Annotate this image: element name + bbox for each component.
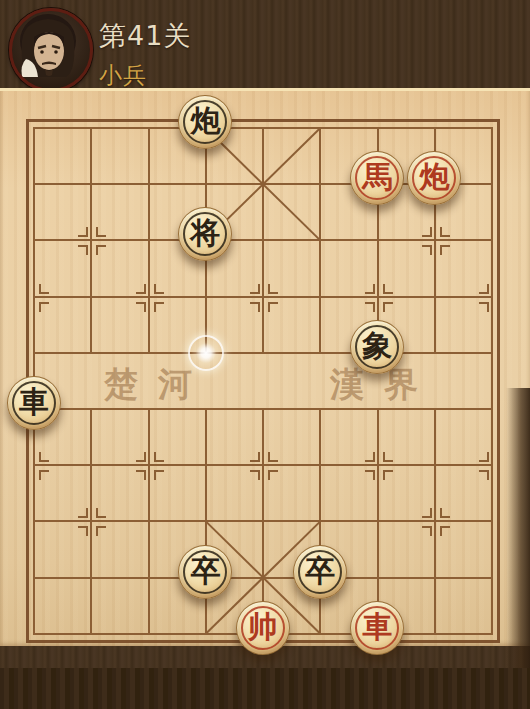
piece-glyph: 車 xyxy=(19,387,49,417)
piece-glyph: 将 xyxy=(190,218,220,248)
pieces-layer: 炮馬炮将象車卒卒帅車 xyxy=(5,100,520,662)
piece-glyph: 帅 xyxy=(248,612,278,642)
piece-glyph: 卒 xyxy=(190,556,220,586)
piece-glyph: 炮 xyxy=(190,106,220,136)
xiangqi-board[interactable]: 楚河 漢界 炮馬炮将象車卒卒帅車 xyxy=(0,88,530,646)
piece-glyph: 炮 xyxy=(419,162,449,192)
piece-red-horse[interactable]: 馬 xyxy=(350,151,404,205)
piece-red-chariot[interactable]: 車 xyxy=(350,601,404,655)
piece-glyph: 象 xyxy=(362,331,392,361)
piece-black-elephant[interactable]: 象 xyxy=(350,320,404,374)
piece-glyph: 卒 xyxy=(305,556,335,586)
piece-black-cannon[interactable]: 炮 xyxy=(178,95,232,149)
piece-red-general[interactable]: 帅 xyxy=(236,601,290,655)
piece-glyph: 車 xyxy=(362,612,392,642)
piece-black-chariot[interactable]: 車 xyxy=(7,376,61,430)
avatar-face-icon xyxy=(12,11,84,83)
piece-red-cannon[interactable]: 炮 xyxy=(407,151,461,205)
move-glow-effect xyxy=(188,335,224,371)
header: 第41关 小兵 xyxy=(0,0,530,88)
board-side-shadow xyxy=(506,388,530,709)
piece-black-soldier[interactable]: 卒 xyxy=(293,545,347,599)
piece-black-soldier[interactable]: 卒 xyxy=(178,545,232,599)
player-rank-label: 小兵 xyxy=(99,60,191,91)
piece-glyph: 馬 xyxy=(362,162,392,192)
player-avatar[interactable] xyxy=(9,8,93,92)
background-wood xyxy=(0,668,530,709)
level-title: 第41关 xyxy=(99,18,191,54)
piece-black-general[interactable]: 将 xyxy=(178,207,232,261)
